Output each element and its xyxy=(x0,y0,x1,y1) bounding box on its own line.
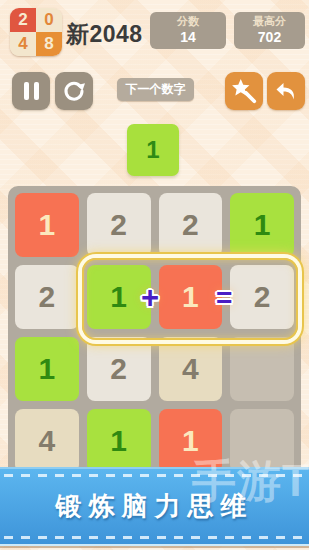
logo-cell-0: 0 xyxy=(36,8,62,32)
undo-button[interactable] xyxy=(267,72,305,110)
tile-2-two[interactable]: 2 xyxy=(87,193,151,257)
logo-cell-8: 8 xyxy=(36,32,62,56)
tile-4-four[interactable]: 4 xyxy=(15,409,79,473)
best-score-label: 最高分 xyxy=(253,15,286,29)
score-value: 14 xyxy=(180,29,196,47)
board-grid[interactable]: 12212112124411 xyxy=(8,186,301,480)
pause-button[interactable] xyxy=(12,72,50,110)
restart-button[interactable] xyxy=(55,72,93,110)
tile-1-red[interactable]: 1 xyxy=(15,193,79,257)
next-tile: 1 xyxy=(127,124,179,176)
app-title: 新2048 xyxy=(66,19,143,50)
score-label: 分数 xyxy=(177,15,199,29)
undo-icon xyxy=(274,79,298,103)
game-board[interactable]: 12212112124411 xyxy=(8,186,301,486)
tile-2-two[interactable]: 2 xyxy=(159,193,223,257)
next-number-label: 下一个数字 xyxy=(117,78,194,101)
empty-cell xyxy=(230,337,294,401)
empty-cell xyxy=(230,409,294,473)
magic-wand-icon xyxy=(231,78,257,104)
tile-2-two[interactable]: 2 xyxy=(230,265,294,329)
plus-symbol: + xyxy=(141,280,159,316)
tile-1-red[interactable]: 1 xyxy=(159,265,223,329)
magic-wand-button[interactable] xyxy=(225,72,263,110)
tile-2-two[interactable]: 2 xyxy=(15,265,79,329)
app-logo: 2 0 4 8 xyxy=(10,8,62,56)
restart-icon xyxy=(62,79,86,103)
best-score-value: 702 xyxy=(258,29,281,47)
tile-1-green[interactable]: 1 xyxy=(15,337,79,401)
tile-2-two[interactable]: 2 xyxy=(87,337,151,401)
best-score-box: 最高分 702 xyxy=(234,12,305,49)
logo-cell-2: 2 xyxy=(10,8,36,32)
tile-1-green[interactable]: 1 xyxy=(230,193,294,257)
pause-icon xyxy=(24,82,39,100)
banner-text: 锻炼脑力思维 xyxy=(56,489,254,524)
game-screen: 2 0 4 8 新2048 分数 14 最高分 702 下一个数字 xyxy=(0,0,309,550)
score-box: 分数 14 xyxy=(150,12,226,49)
logo-cell-4: 4 xyxy=(10,32,36,56)
tile-4-four[interactable]: 4 xyxy=(159,337,223,401)
bottom-banner: 锻炼脑力思维 xyxy=(0,467,309,546)
equals-symbol: = xyxy=(216,282,232,314)
tile-1-red[interactable]: 1 xyxy=(159,409,223,473)
tile-1-green[interactable]: 1 xyxy=(87,409,151,473)
